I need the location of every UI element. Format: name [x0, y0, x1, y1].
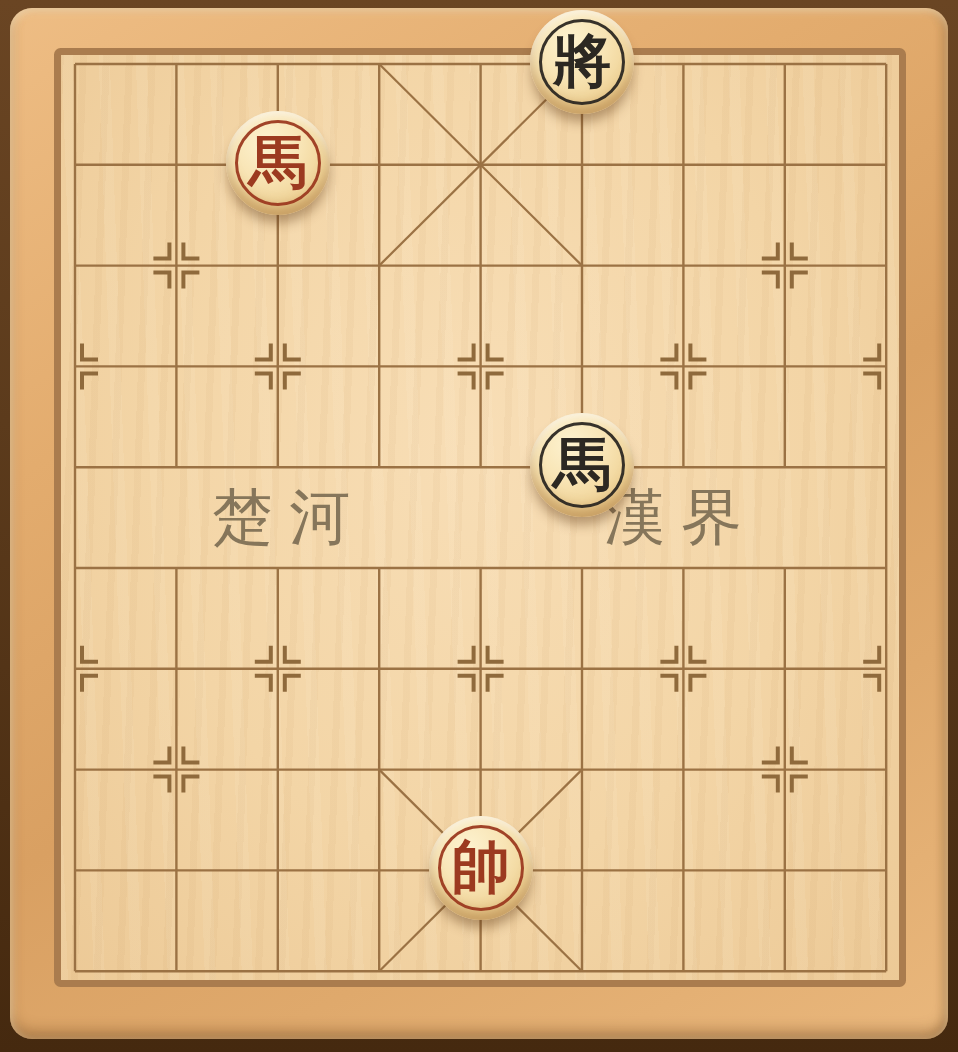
piece-glyph: 將: [553, 33, 611, 91]
piece-red-horse[interactable]: 馬: [226, 111, 330, 215]
river-label-right: 漢界: [604, 486, 758, 550]
piece-glyph: 馬: [553, 436, 611, 494]
piece-red-general[interactable]: 帥: [429, 816, 533, 920]
piece-black-horse[interactable]: 馬: [530, 413, 634, 517]
piece-black-general[interactable]: 將: [530, 10, 634, 114]
xiangqi-app: 楚河 漢界 將馬馬帥: [0, 0, 958, 1052]
river-label-left: 楚河: [212, 486, 366, 550]
piece-glyph: 馬: [249, 134, 307, 192]
piece-glyph: 帥: [452, 839, 510, 897]
